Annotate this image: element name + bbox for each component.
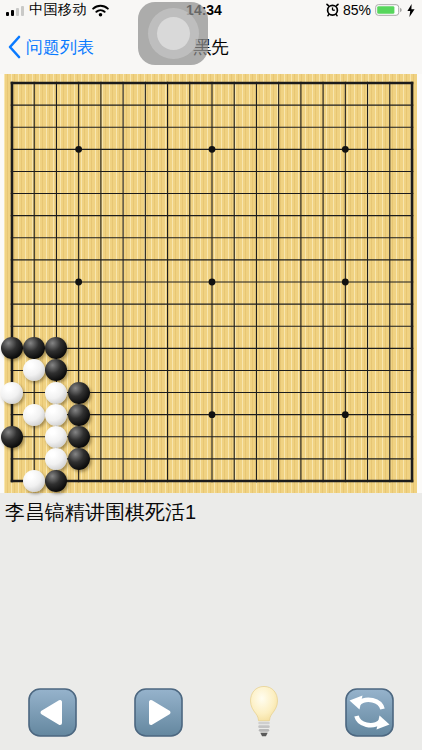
back-button[interactable]: 问题列表 xyxy=(8,20,94,74)
right-arrow-icon xyxy=(134,688,183,737)
battery-percent-label: 85% xyxy=(343,2,371,18)
black-stone xyxy=(23,337,45,359)
left-arrow-icon xyxy=(28,688,77,737)
white-stone xyxy=(45,426,67,448)
back-button-label: 问题列表 xyxy=(26,36,94,59)
black-stone xyxy=(1,426,23,448)
problem-source-label: 李昌镐精讲围棋死活1 xyxy=(5,499,417,526)
white-stone xyxy=(1,382,23,404)
white-stone xyxy=(45,404,67,426)
white-stone xyxy=(23,404,45,426)
back-chevron-icon xyxy=(8,35,21,59)
next-button[interactable] xyxy=(131,685,185,739)
nav-bar: 黑先 问题列表 xyxy=(0,20,422,74)
black-stone xyxy=(68,382,90,404)
stone-grid xyxy=(1,72,422,492)
black-stone xyxy=(68,426,90,448)
assistive-touch-button[interactable] xyxy=(138,2,208,65)
hint-button[interactable] xyxy=(237,685,291,739)
go-board[interactable] xyxy=(4,74,417,493)
assistive-touch-ring xyxy=(148,8,199,59)
white-stone xyxy=(23,470,45,492)
white-stone xyxy=(45,382,67,404)
black-stone xyxy=(45,359,67,381)
black-stone xyxy=(45,470,67,492)
assistive-touch-core xyxy=(157,17,190,50)
black-stone xyxy=(68,404,90,426)
charging-bolt-icon xyxy=(407,4,415,17)
app-screen: 中国移动 14:34 85% xyxy=(0,0,422,750)
board-area xyxy=(0,74,422,493)
restart-button[interactable] xyxy=(342,685,396,739)
light-bulb-icon xyxy=(247,685,281,739)
refresh-icon xyxy=(345,688,394,737)
top-band: 中国移动 14:34 85% xyxy=(0,0,422,74)
status-right: 85% xyxy=(326,0,415,20)
white-stone xyxy=(23,359,45,381)
bottom-toolbar xyxy=(0,684,422,740)
black-stone xyxy=(68,448,90,470)
previous-button[interactable] xyxy=(26,685,80,739)
black-stone xyxy=(1,337,23,359)
status-bar: 中国移动 14:34 85% xyxy=(0,0,422,20)
alarm-icon xyxy=(326,3,339,17)
battery-icon xyxy=(375,4,403,16)
white-stone xyxy=(45,448,67,470)
black-stone xyxy=(45,337,67,359)
